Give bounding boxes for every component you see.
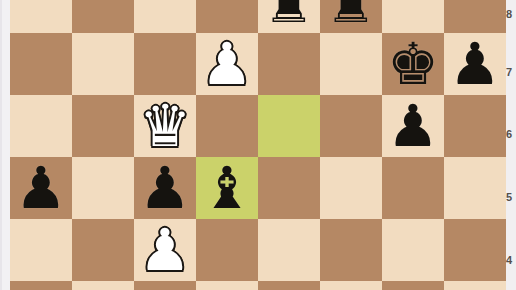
white-queen[interactable]: ♛ [139, 97, 191, 155]
square-h4[interactable] [444, 219, 506, 281]
black-pawn[interactable]: ♟ [387, 97, 439, 155]
square-f8[interactable]: ♜ [320, 0, 382, 33]
square-h5[interactable] [444, 157, 506, 219]
white-pawn[interactable]: ♟ [201, 35, 253, 93]
square-e8[interactable]: ♜ [258, 0, 320, 33]
rank-coordinates-strip: 8 7 6 5 4 [506, 0, 516, 290]
square-d3[interactable] [196, 281, 258, 290]
square-b4[interactable] [72, 219, 134, 281]
square-d4[interactable] [196, 219, 258, 281]
square-d8[interactable] [196, 0, 258, 33]
square-d6[interactable] [196, 95, 258, 157]
square-c8[interactable] [134, 0, 196, 33]
black-pawn[interactable]: ♟ [139, 159, 191, 217]
rank-label-4: 4 [506, 254, 515, 266]
rank-label-5: 5 [506, 191, 515, 203]
square-g3[interactable] [382, 281, 444, 290]
white-pawn[interactable]: ♟ [139, 221, 191, 279]
square-h8[interactable] [444, 0, 506, 33]
left-gutter [0, 0, 10, 290]
square-c5[interactable]: ♟ [134, 157, 196, 219]
square-g6[interactable]: ♟ [382, 95, 444, 157]
square-h6[interactable] [444, 95, 506, 157]
rank-label-7: 7 [506, 66, 515, 78]
square-d5[interactable]: ♝ [196, 157, 258, 219]
square-b8[interactable] [72, 0, 134, 33]
square-h3[interactable] [444, 281, 506, 290]
square-h7[interactable]: ♟ [444, 33, 506, 95]
square-a8[interactable] [10, 0, 72, 33]
square-b5[interactable] [72, 157, 134, 219]
square-e3[interactable] [258, 281, 320, 290]
black-rook[interactable]: ♜ [325, 0, 377, 31]
video-frame: ♜♜♟♚♟♛♟♟♟♝♟ 8 7 6 5 4 [0, 0, 516, 290]
square-b3[interactable] [72, 281, 134, 290]
square-e6[interactable] [258, 95, 320, 157]
rank-label-8: 8 [506, 8, 515, 20]
black-king[interactable]: ♚ [387, 35, 439, 93]
black-rook[interactable]: ♜ [263, 0, 315, 31]
board[interactable]: ♜♜♟♚♟♛♟♟♟♝♟ [10, 0, 506, 290]
square-f4[interactable] [320, 219, 382, 281]
square-e5[interactable] [258, 157, 320, 219]
square-b6[interactable] [72, 95, 134, 157]
square-a6[interactable] [10, 95, 72, 157]
square-g7[interactable]: ♚ [382, 33, 444, 95]
square-c4[interactable]: ♟ [134, 219, 196, 281]
square-b7[interactable] [72, 33, 134, 95]
rank-label-6: 6 [506, 128, 515, 140]
square-c3[interactable] [134, 281, 196, 290]
square-f6[interactable] [320, 95, 382, 157]
black-pawn[interactable]: ♟ [449, 35, 501, 93]
square-f3[interactable] [320, 281, 382, 290]
square-g8[interactable] [382, 0, 444, 33]
square-e7[interactable] [258, 33, 320, 95]
square-a7[interactable] [10, 33, 72, 95]
square-f7[interactable] [320, 33, 382, 95]
black-pawn[interactable]: ♟ [15, 159, 67, 217]
square-a4[interactable] [10, 219, 72, 281]
black-bishop[interactable]: ♝ [201, 159, 253, 217]
square-c7[interactable] [134, 33, 196, 95]
square-f5[interactable] [320, 157, 382, 219]
square-e4[interactable] [258, 219, 320, 281]
square-c6[interactable]: ♛ [134, 95, 196, 157]
square-d7[interactable]: ♟ [196, 33, 258, 95]
square-g5[interactable] [382, 157, 444, 219]
square-g4[interactable] [382, 219, 444, 281]
square-a5[interactable]: ♟ [10, 157, 72, 219]
square-a3[interactable] [10, 281, 72, 290]
